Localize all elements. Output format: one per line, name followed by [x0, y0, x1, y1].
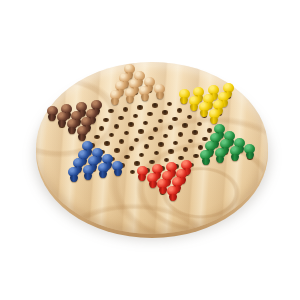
- hole[interactable]: [158, 142, 164, 147]
- hole[interactable]: [173, 141, 179, 146]
- hole[interactable]: [104, 141, 110, 146]
- hole[interactable]: [124, 155, 130, 160]
- peg-red[interactable]: [167, 186, 178, 201]
- hole[interactable]: [119, 139, 125, 144]
- peg-blue[interactable]: [68, 167, 79, 182]
- hole[interactable]: [182, 123, 188, 128]
- hole[interactable]: [129, 146, 135, 151]
- hole[interactable]: [134, 138, 140, 143]
- hole[interactable]: [148, 136, 154, 141]
- hole[interactable]: [178, 132, 184, 137]
- hole[interactable]: [103, 118, 109, 123]
- hole[interactable]: [130, 170, 136, 175]
- hole[interactable]: [153, 127, 159, 132]
- hole[interactable]: [147, 112, 153, 117]
- hole[interactable]: [188, 139, 194, 144]
- hole[interactable]: [139, 153, 145, 158]
- hole[interactable]: [187, 115, 193, 120]
- hole[interactable]: [154, 151, 160, 156]
- hole[interactable]: [114, 124, 120, 129]
- peg-green[interactable]: [230, 146, 241, 161]
- peg-blue[interactable]: [98, 163, 109, 178]
- hole[interactable]: [192, 130, 198, 135]
- peg-grid: [0, 0, 300, 300]
- hole[interactable]: [163, 134, 169, 139]
- hole[interactable]: [99, 126, 105, 131]
- peg-green[interactable]: [200, 150, 211, 165]
- hole[interactable]: [158, 119, 164, 124]
- hole[interactable]: [193, 154, 199, 159]
- peg-natural[interactable]: [154, 84, 165, 99]
- peg-brown[interactable]: [77, 126, 88, 141]
- hole[interactable]: [167, 102, 173, 107]
- product-photo: [0, 0, 300, 300]
- hole[interactable]: [137, 105, 143, 110]
- hole[interactable]: [138, 129, 144, 134]
- hole[interactable]: [152, 103, 158, 108]
- hole[interactable]: [114, 148, 120, 153]
- peg-blue[interactable]: [83, 165, 94, 180]
- peg-natural[interactable]: [139, 86, 150, 101]
- hole[interactable]: [197, 122, 203, 127]
- hole[interactable]: [172, 117, 178, 122]
- hole[interactable]: [133, 114, 139, 119]
- hole[interactable]: [108, 109, 114, 114]
- peg-natural[interactable]: [125, 88, 136, 103]
- peg-yellow[interactable]: [209, 109, 220, 124]
- hole[interactable]: [109, 133, 115, 138]
- hole[interactable]: [118, 116, 124, 121]
- hole[interactable]: [94, 135, 100, 140]
- hole[interactable]: [144, 144, 150, 149]
- hole[interactable]: [124, 131, 130, 136]
- hole[interactable]: [183, 147, 189, 152]
- hole[interactable]: [177, 108, 183, 113]
- peg-green[interactable]: [215, 148, 226, 163]
- hole[interactable]: [143, 121, 149, 126]
- hole[interactable]: [162, 110, 168, 115]
- hole[interactable]: [168, 125, 174, 130]
- hole[interactable]: [123, 107, 129, 112]
- peg-natural[interactable]: [110, 90, 121, 105]
- peg-blue[interactable]: [112, 161, 123, 176]
- hole[interactable]: [168, 149, 174, 154]
- peg-green[interactable]: [244, 144, 255, 159]
- hole[interactable]: [128, 122, 134, 127]
